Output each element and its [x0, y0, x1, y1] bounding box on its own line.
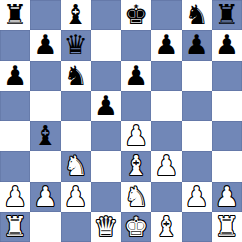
square-d3[interactable]	[91, 151, 121, 181]
square-b8[interactable]	[30, 0, 60, 30]
square-d2[interactable]	[91, 182, 121, 212]
square-g8[interactable]: ♞	[182, 0, 212, 30]
square-h3[interactable]	[212, 151, 242, 181]
white-rook-piece[interactable]: ♜	[215, 212, 239, 242]
square-c1[interactable]	[61, 212, 91, 242]
black-pawn-piece[interactable]: ♟	[215, 30, 239, 60]
black-king-piece[interactable]: ♚	[124, 0, 148, 30]
square-e4[interactable]: ♟	[121, 121, 151, 151]
black-pawn-piece[interactable]: ♟	[124, 61, 148, 91]
square-g1[interactable]	[182, 212, 212, 242]
black-knight-piece[interactable]: ♞	[185, 0, 209, 30]
white-pawn-piece[interactable]: ♟	[215, 182, 239, 212]
black-knight-piece[interactable]: ♞	[64, 61, 88, 91]
square-b3[interactable]	[30, 151, 60, 181]
square-f8[interactable]	[151, 0, 181, 30]
square-c3[interactable]: ♞	[61, 151, 91, 181]
square-d1[interactable]: ♛	[91, 212, 121, 242]
square-c8[interactable]: ♝	[61, 0, 91, 30]
white-pawn-piece[interactable]: ♟	[185, 182, 209, 212]
square-h8[interactable]: ♜	[212, 0, 242, 30]
square-a2[interactable]: ♟	[0, 182, 30, 212]
square-b1[interactable]	[30, 212, 60, 242]
white-rook-piece[interactable]: ♜	[3, 212, 27, 242]
square-g3[interactable]	[182, 151, 212, 181]
black-bishop-piece[interactable]: ♝	[64, 0, 88, 30]
black-rook-piece[interactable]: ♜	[3, 0, 27, 30]
square-c2[interactable]: ♟	[61, 182, 91, 212]
square-c4[interactable]	[61, 121, 91, 151]
black-pawn-piece[interactable]: ♟	[185, 30, 209, 60]
square-f2[interactable]	[151, 182, 181, 212]
square-f7[interactable]: ♟	[151, 30, 181, 60]
square-g4[interactable]	[182, 121, 212, 151]
black-bishop-piece[interactable]: ♝	[33, 121, 57, 151]
square-d7[interactable]	[91, 30, 121, 60]
chess-board: ♜♝♚♞♜♟♛♟♟♟♟♞♟♟♝♟♞♝♟♟♟♟♞♟♟♜♛♚♝♜	[0, 0, 242, 242]
square-d5[interactable]: ♟	[91, 91, 121, 121]
square-d6[interactable]	[91, 61, 121, 91]
square-h1[interactable]: ♜	[212, 212, 242, 242]
black-pawn-piece[interactable]: ♟	[33, 30, 57, 60]
square-f5[interactable]	[151, 91, 181, 121]
square-b7[interactable]: ♟	[30, 30, 60, 60]
square-c5[interactable]	[61, 91, 91, 121]
white-pawn-piece[interactable]: ♟	[64, 182, 88, 212]
square-e2[interactable]: ♞	[121, 182, 151, 212]
square-d8[interactable]	[91, 0, 121, 30]
square-e8[interactable]: ♚	[121, 0, 151, 30]
white-bishop-piece[interactable]: ♝	[154, 212, 178, 242]
square-e5[interactable]	[121, 91, 151, 121]
black-pawn-piece[interactable]: ♟	[3, 61, 27, 91]
square-c6[interactable]: ♞	[61, 61, 91, 91]
square-g6[interactable]	[182, 61, 212, 91]
square-b6[interactable]	[30, 61, 60, 91]
square-h2[interactable]: ♟	[212, 182, 242, 212]
white-knight-piece[interactable]: ♞	[64, 151, 88, 181]
black-pawn-piece[interactable]: ♟	[154, 30, 178, 60]
square-b2[interactable]: ♟	[30, 182, 60, 212]
square-c7[interactable]: ♛	[61, 30, 91, 60]
square-d4[interactable]	[91, 121, 121, 151]
white-pawn-piece[interactable]: ♟	[33, 182, 57, 212]
square-h5[interactable]	[212, 91, 242, 121]
square-e1[interactable]: ♚	[121, 212, 151, 242]
square-e3[interactable]: ♝	[121, 151, 151, 181]
square-g7[interactable]: ♟	[182, 30, 212, 60]
white-king-piece[interactable]: ♚	[124, 212, 148, 242]
square-a3[interactable]	[0, 151, 30, 181]
square-b4[interactable]: ♝	[30, 121, 60, 151]
square-a7[interactable]	[0, 30, 30, 60]
square-a6[interactable]: ♟	[0, 61, 30, 91]
square-e7[interactable]	[121, 30, 151, 60]
square-h7[interactable]: ♟	[212, 30, 242, 60]
white-pawn-piece[interactable]: ♟	[124, 121, 148, 151]
black-queen-piece[interactable]: ♛	[64, 30, 88, 60]
square-a4[interactable]	[0, 121, 30, 151]
square-b5[interactable]	[30, 91, 60, 121]
square-a1[interactable]: ♜	[0, 212, 30, 242]
square-f3[interactable]: ♟	[151, 151, 181, 181]
white-pawn-piece[interactable]: ♟	[3, 182, 27, 212]
square-g5[interactable]	[182, 91, 212, 121]
square-h4[interactable]	[212, 121, 242, 151]
square-f4[interactable]	[151, 121, 181, 151]
square-e6[interactable]: ♟	[121, 61, 151, 91]
white-bishop-piece[interactable]: ♝	[124, 151, 148, 181]
square-g2[interactable]: ♟	[182, 182, 212, 212]
square-a8[interactable]: ♜	[0, 0, 30, 30]
black-rook-piece[interactable]: ♜	[215, 0, 239, 30]
square-f1[interactable]: ♝	[151, 212, 181, 242]
white-pawn-piece[interactable]: ♟	[154, 151, 178, 181]
black-pawn-piece[interactable]: ♟	[94, 91, 118, 121]
square-a5[interactable]	[0, 91, 30, 121]
white-queen-piece[interactable]: ♛	[94, 212, 118, 242]
square-f6[interactable]	[151, 61, 181, 91]
square-h6[interactable]	[212, 61, 242, 91]
white-knight-piece[interactable]: ♞	[124, 182, 148, 212]
